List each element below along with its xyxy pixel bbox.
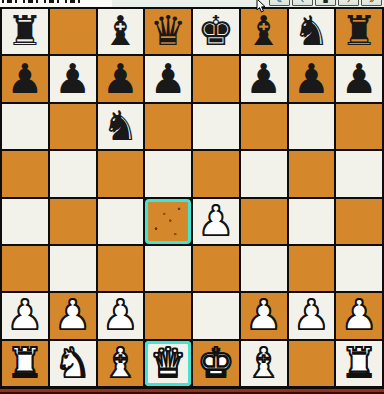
black-pawn-piece[interactable]: ♟ [293, 59, 330, 100]
square-h7[interactable]: ♟ [336, 56, 382, 101]
clipped-title-text [2, 0, 80, 3]
square-e5[interactable] [193, 151, 239, 196]
white-pawn-piece[interactable]: ♟ [102, 295, 139, 336]
square-a8[interactable]: ♜ [2, 9, 48, 54]
square-b8[interactable] [50, 9, 96, 54]
square-g6[interactable] [289, 104, 335, 149]
square-f3[interactable] [241, 246, 287, 291]
square-a3[interactable] [2, 246, 48, 291]
white-knight-piece[interactable]: ♞ [54, 343, 91, 384]
square-f4[interactable] [241, 199, 287, 244]
square-h5[interactable] [336, 151, 382, 196]
toolbar-nav-button-2[interactable]: ▪ [315, 0, 336, 6]
black-pawn-piece[interactable]: ♟ [102, 59, 139, 100]
square-c7[interactable]: ♟ [98, 56, 144, 101]
black-rook-piece[interactable]: ♜ [6, 11, 43, 52]
black-bishop-piece[interactable]: ♝ [102, 11, 139, 52]
square-h4[interactable] [336, 199, 382, 244]
square-b2[interactable]: ♟ [50, 293, 96, 338]
black-pawn-piece[interactable]: ♟ [150, 59, 187, 100]
white-bishop-piece[interactable]: ♝ [245, 343, 282, 384]
square-e7[interactable] [193, 56, 239, 101]
white-pawn-piece[interactable]: ♟ [6, 295, 43, 336]
square-h8[interactable]: ♜ [336, 9, 382, 54]
square-g3[interactable] [289, 246, 335, 291]
square-g2[interactable]: ♟ [289, 293, 335, 338]
toolbar-nav-button-0[interactable]: « [269, 0, 290, 6]
white-pawn-piece[interactable]: ♟ [197, 201, 234, 242]
white-rook-piece[interactable]: ♜ [341, 343, 378, 384]
white-king-piece[interactable]: ♚ [197, 343, 234, 384]
window-bottom-edge [0, 388, 384, 394]
square-e2[interactable] [193, 293, 239, 338]
square-f1[interactable]: ♝ [241, 341, 287, 386]
white-rook-piece[interactable]: ♜ [6, 343, 43, 384]
chess-board[interactable]: ♜♝♛♚♝♞♜♟♟♟♟♟♟♟♞♟♟♟♟♟♟♟♜♞♝♛♚♝♜ [0, 7, 384, 388]
square-f6[interactable] [241, 104, 287, 149]
black-pawn-piece[interactable]: ♟ [6, 59, 43, 100]
square-e8[interactable]: ♚ [193, 9, 239, 54]
square-g1[interactable] [289, 341, 335, 386]
white-pawn-piece[interactable]: ♟ [245, 295, 282, 336]
square-c3[interactable] [98, 246, 144, 291]
black-queen-piece[interactable]: ♛ [150, 11, 187, 52]
square-d6[interactable] [145, 104, 191, 149]
square-d7[interactable]: ♟ [145, 56, 191, 101]
square-g7[interactable]: ♟ [289, 56, 335, 101]
square-f7[interactable]: ♟ [241, 56, 287, 101]
black-rook-piece[interactable]: ♜ [341, 11, 378, 52]
white-bishop-piece[interactable]: ♝ [102, 343, 139, 384]
square-d2[interactable] [145, 293, 191, 338]
square-b4[interactable] [50, 199, 96, 244]
toolbar-nav-buttons: «‹▪›» [269, 0, 382, 6]
square-f8[interactable]: ♝ [241, 9, 287, 54]
white-pawn-piece[interactable]: ♟ [341, 295, 378, 336]
square-c1[interactable]: ♝ [98, 341, 144, 386]
square-b3[interactable] [50, 246, 96, 291]
white-pawn-piece[interactable]: ♟ [293, 295, 330, 336]
square-e4[interactable]: ♟ [193, 199, 239, 244]
square-d5[interactable] [145, 151, 191, 196]
square-f2[interactable]: ♟ [241, 293, 287, 338]
white-queen-piece[interactable]: ♛ [150, 343, 187, 384]
square-b6[interactable] [50, 104, 96, 149]
square-a6[interactable] [2, 104, 48, 149]
square-a2[interactable]: ♟ [2, 293, 48, 338]
toolbar-nav-button-4[interactable]: » [361, 0, 382, 6]
square-a5[interactable] [2, 151, 48, 196]
square-b7[interactable]: ♟ [50, 56, 96, 101]
square-d3[interactable] [145, 246, 191, 291]
chess-app-window: «‹▪›» ♜♝♛♚♝♞♜♟♟♟♟♟♟♟♞♟♟♟♟♟♟♟♜♞♝♛♚♝♜ [0, 0, 384, 394]
toolbar: «‹▪›» [0, 0, 384, 7]
black-pawn-piece[interactable]: ♟ [245, 59, 282, 100]
white-pawn-piece[interactable]: ♟ [54, 295, 91, 336]
square-d1[interactable]: ♛ [145, 341, 191, 386]
black-knight-piece[interactable]: ♞ [293, 11, 330, 52]
square-a7[interactable]: ♟ [2, 56, 48, 101]
square-c2[interactable]: ♟ [98, 293, 144, 338]
square-h1[interactable]: ♜ [336, 341, 382, 386]
square-a1[interactable]: ♜ [2, 341, 48, 386]
square-c6[interactable]: ♞ [98, 104, 144, 149]
mouse-cursor-icon [255, 0, 267, 13]
toolbar-nav-button-3[interactable]: › [338, 0, 359, 6]
square-g5[interactable] [289, 151, 335, 196]
square-g4[interactable] [289, 199, 335, 244]
square-c8[interactable]: ♝ [98, 9, 144, 54]
square-h6[interactable] [336, 104, 382, 149]
black-bishop-piece[interactable]: ♝ [245, 11, 282, 52]
square-h2[interactable]: ♟ [336, 293, 382, 338]
black-knight-piece[interactable]: ♞ [102, 106, 139, 147]
square-g8[interactable]: ♞ [289, 9, 335, 54]
square-c5[interactable] [98, 151, 144, 196]
square-b1[interactable]: ♞ [50, 341, 96, 386]
square-h3[interactable] [336, 246, 382, 291]
square-e1[interactable]: ♚ [193, 341, 239, 386]
square-b5[interactable] [50, 151, 96, 196]
square-e6[interactable] [193, 104, 239, 149]
black-pawn-piece[interactable]: ♟ [54, 59, 91, 100]
square-a4[interactable] [2, 199, 48, 244]
toolbar-nav-button-1[interactable]: ‹ [292, 0, 313, 6]
square-d4[interactable] [145, 199, 191, 244]
square-c4[interactable] [98, 199, 144, 244]
square-f5[interactable] [241, 151, 287, 196]
square-e3[interactable] [193, 246, 239, 291]
black-king-piece[interactable]: ♚ [197, 11, 234, 52]
square-d8[interactable]: ♛ [145, 9, 191, 54]
black-pawn-piece[interactable]: ♟ [341, 59, 378, 100]
